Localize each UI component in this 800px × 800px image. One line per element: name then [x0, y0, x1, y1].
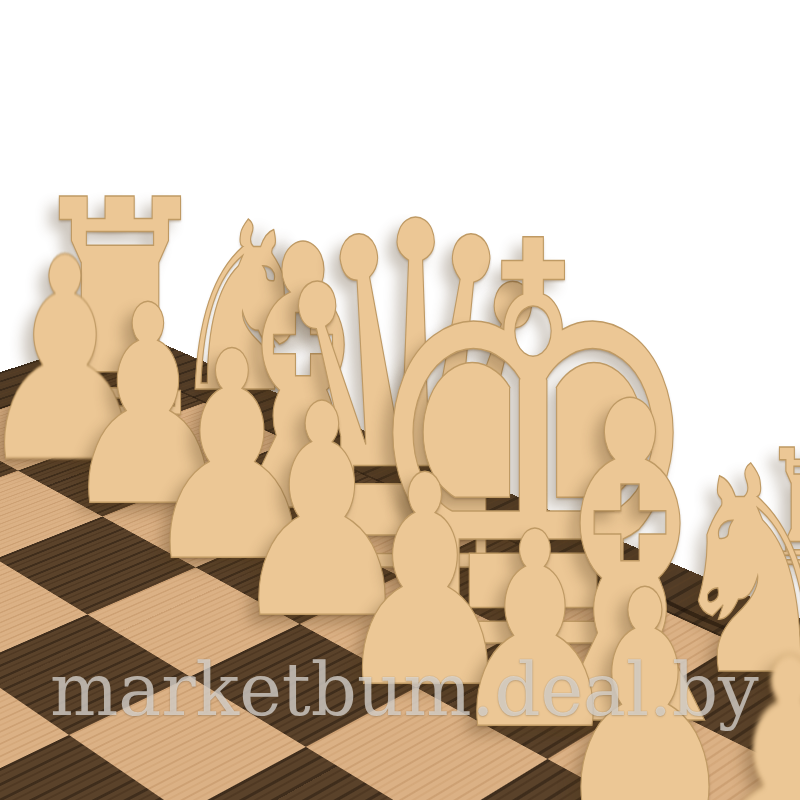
piece-white-pawn-h2: ♟	[683, 616, 800, 800]
pieces-layer: ♜ ♞ ♝ ♛ ♚ ♝ ♞ ♜ ♟ ♟ ♟ ♟ ♟ ♟ ♟ ♟	[0, 0, 800, 800]
photo-stage: ♜ ♞ ♝ ♛ ♚ ♝ ♞ ♜ ♟ ♟ ♟ ♟ ♟ ♟ ♟ ♟ marketbu…	[0, 0, 800, 800]
